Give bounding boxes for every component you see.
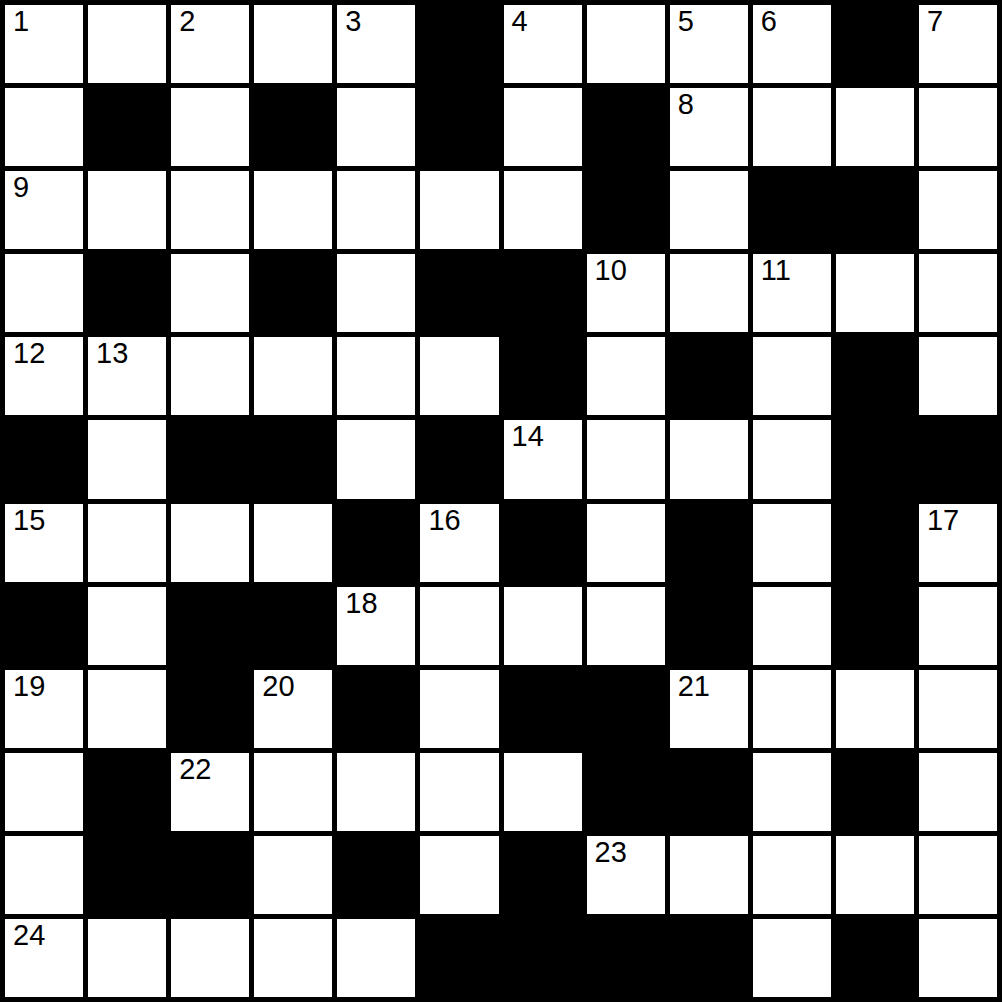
white-cell-r4c10[interactable]: 11	[753, 254, 831, 332]
clue-number: 15	[13, 505, 45, 537]
white-cell-r4c12[interactable]	[919, 254, 997, 332]
black-cell-r6c11	[836, 420, 914, 498]
black-cell-r6c1	[5, 420, 83, 498]
white-cell-r12c3[interactable]	[171, 919, 249, 997]
white-cell-r5c12[interactable]	[919, 337, 997, 415]
black-cell-r8c9	[670, 587, 748, 665]
clue-number: 16	[428, 505, 460, 537]
black-cell-r9c3	[171, 670, 249, 748]
clue-number: 18	[345, 588, 377, 620]
white-cell-r7c12[interactable]: 17	[919, 504, 997, 582]
white-cell-r4c5[interactable]	[337, 254, 415, 332]
clue-number: 24	[13, 920, 45, 952]
clue-number: 5	[678, 6, 694, 38]
white-cell-r11c11[interactable]	[836, 836, 914, 914]
black-cell-r8c1	[5, 587, 83, 665]
clue-number: 14	[512, 421, 544, 453]
white-cell-r5c2[interactable]: 13	[88, 337, 166, 415]
white-cell-r7c10[interactable]	[753, 504, 831, 582]
white-cell-r3c1[interactable]: 9	[5, 171, 83, 249]
crossword-board: 123456789101112131415161718192021222324	[0, 0, 1002, 1002]
black-cell-r9c8	[587, 670, 665, 748]
white-cell-r10c7[interactable]	[504, 753, 582, 831]
clue-number: 20	[262, 671, 294, 703]
clue-number: 2	[179, 6, 195, 38]
clue-number: 22	[179, 754, 211, 786]
white-cell-r9c11[interactable]	[836, 670, 914, 748]
black-cell-r11c2	[88, 836, 166, 914]
white-cell-r1c10[interactable]: 6	[753, 5, 831, 83]
black-cell-r7c5	[337, 504, 415, 582]
clue-number: 4	[512, 6, 528, 38]
black-cell-r7c11	[836, 504, 914, 582]
white-cell-r1c1[interactable]: 1	[5, 5, 83, 83]
white-cell-r9c6[interactable]	[420, 670, 498, 748]
black-cell-r9c7	[504, 670, 582, 748]
white-cell-r7c8[interactable]	[587, 504, 665, 582]
clue-number: 7	[927, 6, 943, 38]
black-cell-r7c7	[504, 504, 582, 582]
white-cell-r1c2[interactable]	[88, 5, 166, 83]
white-cell-r2c11[interactable]	[836, 88, 914, 166]
white-cell-r1c4[interactable]	[254, 5, 332, 83]
clue-number: 1	[13, 6, 29, 38]
white-cell-r2c3[interactable]	[171, 88, 249, 166]
black-cell-r8c11	[836, 587, 914, 665]
white-cell-r12c12[interactable]	[919, 919, 997, 997]
black-cell-r12c6	[420, 919, 498, 997]
white-cell-r1c5[interactable]: 3	[337, 5, 415, 83]
black-cell-r10c9	[670, 753, 748, 831]
white-cell-r9c9[interactable]: 21	[670, 670, 748, 748]
white-cell-r12c2[interactable]	[88, 919, 166, 997]
black-cell-r3c8	[587, 171, 665, 249]
white-cell-r7c6[interactable]: 16	[420, 504, 498, 582]
black-cell-r11c5	[337, 836, 415, 914]
white-cell-r2c10[interactable]	[753, 88, 831, 166]
white-cell-r1c7[interactable]: 4	[504, 5, 582, 83]
white-cell-r12c5[interactable]	[337, 919, 415, 997]
clue-number: 8	[678, 89, 694, 121]
white-cell-r3c2[interactable]	[88, 171, 166, 249]
black-cell-r6c3	[171, 420, 249, 498]
white-cell-r1c12[interactable]: 7	[919, 5, 997, 83]
white-cell-r8c6[interactable]	[420, 587, 498, 665]
white-cell-r6c10[interactable]	[753, 420, 831, 498]
white-cell-r5c4[interactable]	[254, 337, 332, 415]
white-cell-r12c10[interactable]	[753, 919, 831, 997]
clue-number: 23	[595, 837, 627, 869]
white-cell-r5c3[interactable]	[171, 337, 249, 415]
white-cell-r10c5[interactable]	[337, 753, 415, 831]
black-cell-r4c7	[504, 254, 582, 332]
white-cell-r3c4[interactable]	[254, 171, 332, 249]
black-cell-r10c11	[836, 753, 914, 831]
white-cell-r1c3[interactable]: 2	[171, 5, 249, 83]
white-cell-r8c7[interactable]	[504, 587, 582, 665]
black-cell-r1c6	[420, 5, 498, 83]
white-cell-r4c3[interactable]	[171, 254, 249, 332]
black-cell-r7c9	[670, 504, 748, 582]
white-cell-r2c1[interactable]	[5, 88, 83, 166]
black-cell-r6c12	[919, 420, 997, 498]
white-cell-r3c3[interactable]	[171, 171, 249, 249]
white-cell-r7c1[interactable]: 15	[5, 504, 83, 582]
clue-number: 6	[761, 6, 777, 38]
black-cell-r2c2	[88, 88, 166, 166]
clue-number: 21	[678, 671, 710, 703]
black-cell-r12c8	[587, 919, 665, 997]
white-cell-r2c5[interactable]	[337, 88, 415, 166]
clue-number: 9	[13, 172, 29, 204]
white-cell-r5c6[interactable]	[420, 337, 498, 415]
white-cell-r9c12[interactable]	[919, 670, 997, 748]
black-cell-r10c8	[587, 753, 665, 831]
clue-number: 17	[927, 505, 959, 537]
black-cell-r2c4	[254, 88, 332, 166]
white-cell-r12c1[interactable]: 24	[5, 919, 83, 997]
white-cell-r8c12[interactable]	[919, 587, 997, 665]
white-cell-r9c10[interactable]	[753, 670, 831, 748]
white-cell-r7c4[interactable]	[254, 504, 332, 582]
black-cell-r12c7	[504, 919, 582, 997]
black-cell-r2c6	[420, 88, 498, 166]
black-cell-r2c8	[587, 88, 665, 166]
white-cell-r10c10[interactable]	[753, 753, 831, 831]
black-cell-r4c4	[254, 254, 332, 332]
black-cell-r9c5	[337, 670, 415, 748]
black-cell-r8c3	[171, 587, 249, 665]
black-cell-r5c7	[504, 337, 582, 415]
clue-number: 3	[345, 6, 361, 38]
white-cell-r9c4[interactable]: 20	[254, 670, 332, 748]
clue-number: 11	[761, 255, 791, 287]
white-cell-r8c5[interactable]: 18	[337, 587, 415, 665]
white-cell-r3c5[interactable]	[337, 171, 415, 249]
white-cell-r5c10[interactable]	[753, 337, 831, 415]
black-cell-r3c11	[836, 171, 914, 249]
white-cell-r5c1[interactable]: 12	[5, 337, 83, 415]
clue-number: 13	[96, 338, 128, 370]
white-cell-r4c8[interactable]: 10	[587, 254, 665, 332]
black-cell-r6c4	[254, 420, 332, 498]
black-cell-r1c11	[836, 5, 914, 83]
black-cell-r6c6	[420, 420, 498, 498]
white-cell-r6c5[interactable]	[337, 420, 415, 498]
white-cell-r11c10[interactable]	[753, 836, 831, 914]
white-cell-r2c12[interactable]	[919, 88, 997, 166]
black-cell-r5c11	[836, 337, 914, 415]
black-cell-r11c3	[171, 836, 249, 914]
white-cell-r10c4[interactable]	[254, 753, 332, 831]
black-cell-r4c2	[88, 254, 166, 332]
white-cell-r6c8[interactable]	[587, 420, 665, 498]
white-cell-r8c2[interactable]	[88, 587, 166, 665]
white-cell-r7c3[interactable]	[171, 504, 249, 582]
white-cell-r3c6[interactable]	[420, 171, 498, 249]
white-cell-r6c9[interactable]	[670, 420, 748, 498]
white-cell-r5c8[interactable]	[587, 337, 665, 415]
white-cell-r4c1[interactable]	[5, 254, 83, 332]
white-cell-r12c4[interactable]	[254, 919, 332, 997]
white-cell-r11c4[interactable]	[254, 836, 332, 914]
white-cell-r10c1[interactable]	[5, 753, 83, 831]
white-cell-r8c8[interactable]	[587, 587, 665, 665]
white-cell-r11c9[interactable]	[670, 836, 748, 914]
white-cell-r11c1[interactable]	[5, 836, 83, 914]
black-cell-r12c11	[836, 919, 914, 997]
white-cell-r11c6[interactable]	[420, 836, 498, 914]
white-cell-r10c12[interactable]	[919, 753, 997, 831]
clue-number: 12	[13, 338, 45, 370]
white-cell-r3c9[interactable]	[670, 171, 748, 249]
white-cell-r6c7[interactable]: 14	[504, 420, 582, 498]
black-cell-r3c10	[753, 171, 831, 249]
white-cell-r10c6[interactable]	[420, 753, 498, 831]
white-cell-r2c9[interactable]: 8	[670, 88, 748, 166]
black-cell-r5c9	[670, 337, 748, 415]
clue-number: 19	[13, 671, 45, 703]
black-cell-r11c7	[504, 836, 582, 914]
white-cell-r10c3[interactable]: 22	[171, 753, 249, 831]
white-cell-r8c10[interactable]	[753, 587, 831, 665]
white-cell-r4c11[interactable]	[836, 254, 914, 332]
black-cell-r4c6	[420, 254, 498, 332]
black-cell-r10c2	[88, 753, 166, 831]
black-cell-r8c4	[254, 587, 332, 665]
white-cell-r3c7[interactable]	[504, 171, 582, 249]
clue-number: 10	[595, 255, 627, 287]
white-cell-r2c7[interactable]	[504, 88, 582, 166]
white-cell-r1c9[interactable]: 5	[670, 5, 748, 83]
white-cell-r4c9[interactable]	[670, 254, 748, 332]
white-cell-r6c2[interactable]	[88, 420, 166, 498]
white-cell-r9c1[interactable]: 19	[5, 670, 83, 748]
white-cell-r11c8[interactable]: 23	[587, 836, 665, 914]
black-cell-r12c9	[670, 919, 748, 997]
white-cell-r7c2[interactable]	[88, 504, 166, 582]
white-cell-r1c8[interactable]	[587, 5, 665, 83]
white-cell-r9c2[interactable]	[88, 670, 166, 748]
white-cell-r11c12[interactable]	[919, 836, 997, 914]
white-cell-r5c5[interactable]	[337, 337, 415, 415]
white-cell-r3c12[interactable]	[919, 171, 997, 249]
